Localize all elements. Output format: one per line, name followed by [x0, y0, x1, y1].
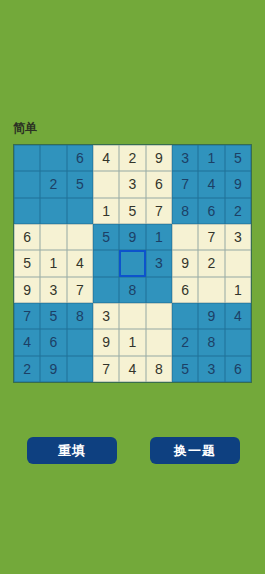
cell-r4c3[interactable]: [67, 224, 93, 250]
cell-r7c7[interactable]: [172, 303, 198, 329]
cell-r9c2[interactable]: 9: [40, 356, 66, 382]
cell-r3c8[interactable]: 6: [198, 198, 224, 224]
cell-r3c2[interactable]: [40, 198, 66, 224]
cell-r4c7[interactable]: [172, 224, 198, 250]
cell-r2c3[interactable]: 5: [67, 171, 93, 197]
cell-r4c5[interactable]: 9: [119, 224, 145, 250]
cell-r5c8[interactable]: 2: [198, 250, 224, 276]
cell-r4c8[interactable]: 7: [198, 224, 224, 250]
cell-r6c7[interactable]: 6: [172, 277, 198, 303]
cell-r5c2[interactable]: 1: [40, 250, 66, 276]
cell-r9c5[interactable]: 4: [119, 356, 145, 382]
cell-r8c2[interactable]: 6: [40, 329, 66, 355]
cell-r7c6[interactable]: [146, 303, 172, 329]
cell-r2c7[interactable]: 7: [172, 171, 198, 197]
cell-r9c7[interactable]: 5: [172, 356, 198, 382]
cell-r1c9[interactable]: 5: [225, 145, 251, 171]
cell-r7c5[interactable]: [119, 303, 145, 329]
cell-r4c1[interactable]: 6: [14, 224, 40, 250]
cell-r3c5[interactable]: 5: [119, 198, 145, 224]
cell-r3c3[interactable]: [67, 198, 93, 224]
cell-r3c9[interactable]: 2: [225, 198, 251, 224]
cell-r1c8[interactable]: 1: [198, 145, 224, 171]
cell-r5c6[interactable]: 3: [146, 250, 172, 276]
cell-r6c5[interactable]: 8: [119, 277, 145, 303]
cell-r7c8[interactable]: 9: [198, 303, 224, 329]
cell-r6c8[interactable]: [198, 277, 224, 303]
cell-r8c7[interactable]: 2: [172, 329, 198, 355]
sudoku-board: 6429315253674915786265917351439293786175…: [13, 144, 252, 383]
cell-r2c8[interactable]: 4: [198, 171, 224, 197]
cell-r9c4[interactable]: 7: [93, 356, 119, 382]
cell-r9c3[interactable]: [67, 356, 93, 382]
cell-r3c4[interactable]: 1: [93, 198, 119, 224]
cell-r8c3[interactable]: [67, 329, 93, 355]
cell-r3c6[interactable]: 7: [146, 198, 172, 224]
cell-r6c9[interactable]: 1: [225, 277, 251, 303]
cell-r5c5[interactable]: [119, 250, 145, 276]
cell-r5c1[interactable]: 5: [14, 250, 40, 276]
cell-r6c3[interactable]: 7: [67, 277, 93, 303]
cell-r6c1[interactable]: 9: [14, 277, 40, 303]
cell-r9c1[interactable]: 2: [14, 356, 40, 382]
cell-r4c6[interactable]: 1: [146, 224, 172, 250]
cell-r2c1[interactable]: [14, 171, 40, 197]
cell-r1c5[interactable]: 2: [119, 145, 145, 171]
cell-r7c4[interactable]: 3: [93, 303, 119, 329]
cell-r2c4[interactable]: [93, 171, 119, 197]
cell-r9c9[interactable]: 6: [225, 356, 251, 382]
cell-r2c5[interactable]: 3: [119, 171, 145, 197]
cell-r2c9[interactable]: 9: [225, 171, 251, 197]
cell-r4c9[interactable]: 3: [225, 224, 251, 250]
cell-r8c8[interactable]: 8: [198, 329, 224, 355]
cell-r4c4[interactable]: 5: [93, 224, 119, 250]
cell-r5c4[interactable]: [93, 250, 119, 276]
cell-r1c2[interactable]: [40, 145, 66, 171]
difficulty-label: 简单: [13, 120, 37, 137]
cell-r1c6[interactable]: 9: [146, 145, 172, 171]
cell-r5c9[interactable]: [225, 250, 251, 276]
cell-r8c6[interactable]: [146, 329, 172, 355]
cell-r5c7[interactable]: 9: [172, 250, 198, 276]
cell-r1c4[interactable]: 4: [93, 145, 119, 171]
cell-r7c3[interactable]: 8: [67, 303, 93, 329]
cell-r7c9[interactable]: 4: [225, 303, 251, 329]
new-puzzle-button[interactable]: 换一题: [150, 437, 240, 464]
cell-r7c1[interactable]: 7: [14, 303, 40, 329]
cell-r3c7[interactable]: 8: [172, 198, 198, 224]
refill-button[interactable]: 重填: [27, 437, 117, 464]
cell-r1c1[interactable]: [14, 145, 40, 171]
cell-r3c1[interactable]: [14, 198, 40, 224]
cell-r7c2[interactable]: 5: [40, 303, 66, 329]
cell-r2c6[interactable]: 6: [146, 171, 172, 197]
cell-r2c2[interactable]: 2: [40, 171, 66, 197]
cell-r4c2[interactable]: [40, 224, 66, 250]
cell-r9c8[interactable]: 3: [198, 356, 224, 382]
cell-r8c5[interactable]: 1: [119, 329, 145, 355]
cell-r6c2[interactable]: 3: [40, 277, 66, 303]
cell-r6c6[interactable]: [146, 277, 172, 303]
cell-r8c1[interactable]: 4: [14, 329, 40, 355]
cell-r8c4[interactable]: 9: [93, 329, 119, 355]
cell-r9c6[interactable]: 8: [146, 356, 172, 382]
cell-r1c7[interactable]: 3: [172, 145, 198, 171]
cell-r5c3[interactable]: 4: [67, 250, 93, 276]
cell-r1c3[interactable]: 6: [67, 145, 93, 171]
cell-r6c4[interactable]: [93, 277, 119, 303]
cell-r8c9[interactable]: [225, 329, 251, 355]
